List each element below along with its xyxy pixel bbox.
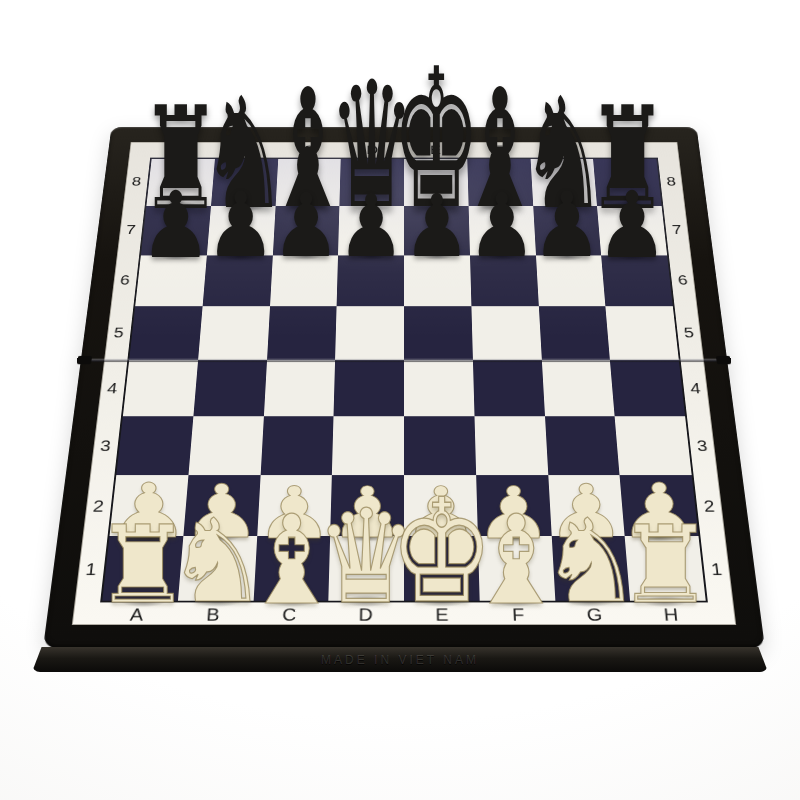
square-b1: [178, 536, 257, 600]
board-grid: [100, 158, 708, 603]
square-g4: [541, 360, 614, 416]
square-h4: [610, 360, 685, 416]
file-label-top-b: B: [240, 143, 252, 157]
rank-label-left-1: 1: [84, 560, 98, 579]
file-label-top-c: C: [303, 143, 316, 157]
square-c3: [260, 416, 334, 475]
square-h6: [601, 255, 673, 306]
file-label-bottom-f: F: [512, 605, 525, 625]
rank-label-right-3: 3: [696, 437, 709, 455]
square-f1: [478, 536, 555, 600]
rank-label-left-3: 3: [99, 437, 112, 455]
square-g6: [536, 255, 606, 306]
square-f4: [473, 360, 545, 416]
file-label-bottom-c: C: [282, 605, 298, 625]
fold-seam: [84, 359, 724, 363]
square-h5: [606, 306, 679, 360]
rank-label-left-6: 6: [119, 272, 131, 287]
square-a4: [123, 360, 198, 416]
square-g7: [533, 206, 602, 255]
file-label-bottom-g: G: [586, 605, 603, 625]
rank-label-right-7: 7: [671, 222, 683, 237]
chess-board: AABBCCDDEEFFGGHH8877665544332211: [43, 127, 765, 648]
square-f7: [468, 206, 535, 255]
square-e7: [404, 206, 470, 255]
square-a1: [102, 536, 183, 600]
square-d5: [335, 306, 404, 360]
square-g2: [548, 475, 625, 536]
square-g8: [530, 159, 597, 206]
square-c1: [253, 536, 330, 600]
square-a2: [109, 475, 188, 536]
square-a3: [116, 416, 193, 475]
square-g1: [551, 536, 630, 600]
file-label-bottom-e: E: [435, 605, 449, 625]
file-label-top-d: D: [366, 143, 378, 157]
rank-label-right-5: 5: [683, 325, 695, 341]
file-label-top-e: E: [430, 143, 442, 157]
rank-label-left-5: 5: [113, 325, 125, 341]
square-b8: [211, 159, 278, 206]
square-a8: [146, 159, 214, 206]
square-f6: [470, 255, 539, 306]
square-e4: [404, 360, 474, 416]
square-d4: [334, 360, 404, 416]
rank-label-right-2: 2: [703, 497, 716, 515]
square-d8: [340, 159, 404, 206]
square-b3: [188, 416, 263, 475]
square-b5: [198, 306, 270, 360]
square-d6: [337, 255, 404, 306]
file-label-bottom-b: B: [206, 605, 221, 625]
file-label-bottom-d: D: [358, 605, 373, 625]
square-d1: [329, 536, 404, 600]
file-label-top-a: A: [176, 143, 189, 157]
rank-label-left-7: 7: [125, 222, 137, 237]
square-c8: [275, 159, 341, 206]
rank-label-left-8: 8: [131, 174, 142, 188]
square-d2: [330, 475, 404, 536]
square-d3: [332, 416, 404, 475]
square-c6: [270, 255, 339, 306]
rank-label-right-4: 4: [689, 380, 701, 397]
scene: AABBCCDDEEFFGGHH8877665544332211 MADE IN…: [0, 0, 800, 800]
square-b4: [193, 360, 266, 416]
square-b6: [202, 255, 272, 306]
hinge-right: [716, 356, 731, 365]
embossed-text: MADE IN VIET NAM: [321, 653, 479, 667]
file-label-top-g: G: [555, 143, 569, 157]
square-f3: [474, 416, 548, 475]
square-a6: [135, 255, 207, 306]
file-label-bottom-h: H: [663, 605, 680, 625]
square-f8: [467, 159, 533, 206]
board-perspective-wrapper: AABBCCDDEEFFGGHH8877665544332211: [0, 0, 800, 800]
rank-label-right-8: 8: [666, 174, 677, 188]
square-a5: [129, 306, 202, 360]
file-label-bottom-a: A: [129, 605, 145, 625]
square-e2: [404, 475, 478, 536]
square-h7: [597, 206, 667, 255]
rank-label-right-1: 1: [710, 560, 724, 579]
rank-label-right-6: 6: [677, 272, 689, 287]
square-h1: [625, 536, 706, 600]
square-e3: [404, 416, 476, 475]
square-e6: [404, 255, 471, 306]
rank-label-left-2: 2: [92, 497, 105, 515]
square-b7: [207, 206, 276, 255]
square-f5: [471, 306, 541, 360]
square-f2: [476, 475, 551, 536]
square-a7: [141, 206, 211, 255]
file-label-top-h: H: [619, 143, 633, 157]
square-g5: [538, 306, 610, 360]
square-d7: [338, 206, 404, 255]
square-c7: [272, 206, 339, 255]
square-e1: [404, 536, 479, 600]
hinge-left: [77, 356, 92, 365]
square-c2: [257, 475, 332, 536]
square-e8: [404, 159, 468, 206]
square-g3: [545, 416, 620, 475]
board-front-edge: MADE IN VIET NAM: [32, 647, 768, 672]
square-c5: [267, 306, 337, 360]
board-sheet: AABBCCDDEEFFGGHH8877665544332211: [72, 142, 736, 625]
square-e5: [404, 306, 473, 360]
square-h2: [620, 475, 699, 536]
rank-label-left-4: 4: [106, 380, 118, 397]
square-h3: [615, 416, 692, 475]
square-b2: [183, 475, 260, 536]
square-c4: [263, 360, 335, 416]
file-label-top-f: F: [493, 143, 504, 157]
square-h8: [593, 159, 661, 206]
